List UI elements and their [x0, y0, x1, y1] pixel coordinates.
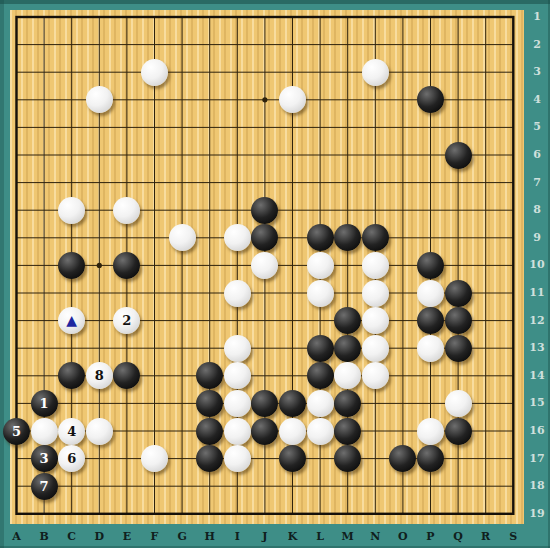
coord-number-7: 7 [525, 175, 549, 191]
stone-black-Q6 [445, 142, 472, 169]
stone-black-L13 [307, 335, 334, 362]
stone-white-L10 [307, 252, 334, 279]
stone-white-F3 [141, 59, 168, 86]
stone-black-H16 [196, 418, 223, 445]
stone-white-N10 [362, 252, 389, 279]
coord-letter-O: O [394, 530, 412, 544]
coord-letter-D: D [90, 530, 108, 544]
coord-number-8: 8 [525, 202, 549, 218]
stone-white-I14 [224, 362, 251, 389]
coord-letter-L: L [311, 530, 329, 544]
coord-number-12: 12 [525, 313, 549, 329]
stone-black-K17 [279, 445, 306, 472]
stone-black-P17 [417, 445, 444, 472]
stone-white-I17 [224, 445, 251, 472]
stone-black-J16 [251, 418, 278, 445]
stone-white-I16 [224, 418, 251, 445]
stone-black-L14 [307, 362, 334, 389]
coord-letter-K: K [284, 530, 302, 544]
stone-white-P16 [417, 418, 444, 445]
coord-number-17: 17 [525, 451, 549, 467]
stone-white-I15 [224, 390, 251, 417]
move-label-3: 3 [31, 445, 58, 472]
stone-white-N13 [362, 335, 389, 362]
coord-number-19: 19 [525, 506, 549, 522]
stone-white-D4 [86, 86, 113, 113]
stone-white-G9 [169, 224, 196, 251]
stone-white-I11 [224, 280, 251, 307]
coord-number-3: 3 [525, 64, 549, 80]
stone-white-L16 [307, 418, 334, 445]
move-label-5: 5 [3, 418, 30, 445]
move-label-4: 4 [58, 418, 85, 445]
coord-number-4: 4 [525, 92, 549, 108]
stone-white-L15 [307, 390, 334, 417]
stone-black-Q12 [445, 307, 472, 334]
coord-number-9: 9 [525, 230, 549, 246]
coord-letter-C: C [63, 530, 81, 544]
stone-black-M13 [334, 335, 361, 362]
stone-white-I13 [224, 335, 251, 362]
stone-white-C8 [58, 197, 85, 224]
stone-black-J8 [251, 197, 278, 224]
coord-number-10: 10 [525, 257, 549, 273]
move-label-1: 1 [31, 390, 58, 417]
move-label-6: 6 [58, 445, 85, 472]
stone-white-K16 [279, 418, 306, 445]
coord-letter-R: R [477, 530, 495, 544]
coord-number-6: 6 [525, 147, 549, 163]
stone-black-L9 [307, 224, 334, 251]
stone-white-N11 [362, 280, 389, 307]
stone-black-M15 [334, 390, 361, 417]
coord-letter-F: F [146, 530, 164, 544]
stone-white-P13 [417, 335, 444, 362]
coord-number-18: 18 [525, 478, 549, 494]
stone-black-K15 [279, 390, 306, 417]
stone-black-H15 [196, 390, 223, 417]
coord-letter-I: I [228, 530, 246, 544]
coord-letter-M: M [339, 530, 357, 544]
coord-letter-H: H [201, 530, 219, 544]
triangle-mark-C12: ▲ [58, 307, 85, 334]
coord-letter-Q: Q [449, 530, 467, 544]
coord-letter-N: N [366, 530, 384, 544]
move-label-2: 2 [113, 307, 140, 334]
stone-black-P12 [417, 307, 444, 334]
stone-black-Q13 [445, 335, 472, 362]
stone-white-N3 [362, 59, 389, 86]
stone-black-Q16 [445, 418, 472, 445]
stone-black-M16 [334, 418, 361, 445]
stone-white-E8 [113, 197, 140, 224]
coord-letter-S: S [504, 530, 522, 544]
coord-number-13: 13 [525, 340, 549, 356]
stone-white-F17 [141, 445, 168, 472]
coord-letter-J: J [256, 530, 274, 544]
go-board[interactable]: 12345678▲ [10, 10, 524, 524]
stone-black-N9 [362, 224, 389, 251]
coord-number-16: 16 [525, 423, 549, 439]
move-label-8: 8 [86, 362, 113, 389]
stone-black-Q11 [445, 280, 472, 307]
stone-white-L11 [307, 280, 334, 307]
coord-letter-B: B [35, 530, 53, 544]
stone-black-P10 [417, 252, 444, 279]
stone-black-C10 [58, 252, 85, 279]
go-app-window: 12345678▲ ABCDEFGHIJKLMNOPQRS 1234567891… [0, 0, 550, 548]
stone-white-P11 [417, 280, 444, 307]
stone-white-B16 [31, 418, 58, 445]
stone-white-I9 [224, 224, 251, 251]
stone-white-Q15 [445, 390, 472, 417]
stone-white-N14 [362, 362, 389, 389]
stone-white-N12 [362, 307, 389, 334]
coord-letter-G: G [173, 530, 191, 544]
coord-number-2: 2 [525, 37, 549, 53]
coord-letter-P: P [422, 530, 440, 544]
coord-number-14: 14 [525, 368, 549, 384]
coord-number-11: 11 [525, 285, 549, 301]
stone-white-D16 [86, 418, 113, 445]
move-label-7: 7 [31, 473, 58, 500]
coord-number-5: 5 [525, 119, 549, 135]
coord-number-15: 15 [525, 395, 549, 411]
coord-letter-A: A [8, 530, 26, 544]
coord-letter-E: E [118, 530, 136, 544]
coord-number-1: 1 [525, 9, 549, 25]
